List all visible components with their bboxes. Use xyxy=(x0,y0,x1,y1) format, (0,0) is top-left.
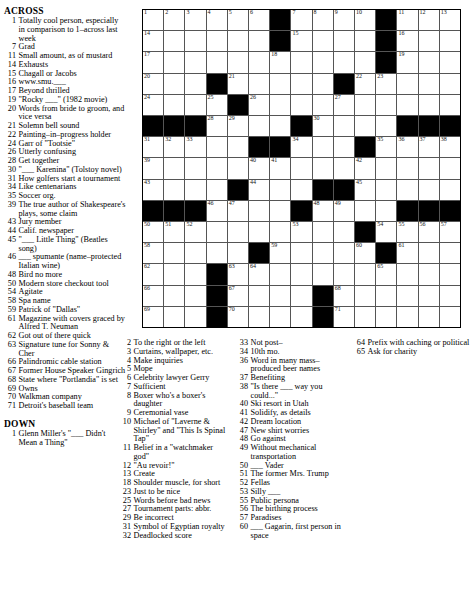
cell-number-35: 35 xyxy=(377,136,383,143)
cell-6-10[interactable] xyxy=(334,116,354,136)
cell-9-12[interactable] xyxy=(376,180,396,200)
cell-number-14: 14 xyxy=(144,30,150,37)
cell-4-15[interactable] xyxy=(440,74,460,94)
cell-14-10[interactable]: 68 xyxy=(334,286,354,306)
cell-11-9[interactable] xyxy=(313,222,333,242)
cell-number-33: 33 xyxy=(186,136,192,143)
cell-number-66: 66 xyxy=(144,285,150,292)
cell-10-4[interactable]: 46 xyxy=(207,201,227,221)
clue-number: 10 xyxy=(119,418,134,427)
cell-3-3[interactable] xyxy=(185,52,205,72)
cell-number-1: 1 xyxy=(144,9,147,16)
block-cell-1-12 xyxy=(376,10,396,30)
cell-13-13[interactable] xyxy=(397,264,417,284)
clue-column-4: 64Prefix with caching or political65Ask … xyxy=(353,339,471,357)
cell-number-45: 45 xyxy=(356,179,362,186)
cell-5-14[interactable] xyxy=(419,95,439,115)
cell-4-5[interactable]: 21 xyxy=(228,74,248,94)
cell-15-6[interactable] xyxy=(249,307,269,327)
down-clue-11: 11Belief in a "watchmaker god" xyxy=(119,444,227,462)
cell-number-22: 22 xyxy=(356,73,362,80)
cell-2-11[interactable] xyxy=(355,31,375,51)
cell-15-2[interactable] xyxy=(164,307,184,327)
cell-15-10[interactable]: 71 xyxy=(334,307,354,327)
clue-number: 71 xyxy=(4,402,19,411)
across-clue-1: 1Totally cool person, especially in comp… xyxy=(4,17,126,43)
cell-11-6[interactable] xyxy=(249,222,269,242)
cell-7-15[interactable]: 38 xyxy=(440,137,460,157)
cell-8-2[interactable] xyxy=(164,158,184,178)
clue-text: "___ Little Thing" (Beatles song) xyxy=(19,236,127,254)
cell-1-5[interactable]: 5 xyxy=(228,10,248,30)
clue-number: 1 xyxy=(4,17,19,26)
cell-14-13[interactable] xyxy=(397,286,417,306)
cell-8-4[interactable] xyxy=(207,158,227,178)
cell-number-12: 12 xyxy=(420,9,426,16)
across-clue-39: 39The true author of Shakespeare's plays… xyxy=(4,201,126,219)
cell-1-6[interactable]: 6 xyxy=(249,10,269,30)
crossword-puzzle-page: { "game": "crossword", "grid_size": "15x… xyxy=(0,0,474,594)
cell-10-11[interactable] xyxy=(355,201,375,221)
cell-number-25: 25 xyxy=(208,94,214,101)
across-clue-45: 45"___ Little Thing" (Beatles song) xyxy=(4,236,126,254)
cell-6-6[interactable] xyxy=(249,116,269,136)
cell-9-8[interactable] xyxy=(291,180,311,200)
cell-number-48: 48 xyxy=(314,200,320,207)
cell-2-8[interactable]: 15 xyxy=(291,31,311,51)
cell-12-4[interactable] xyxy=(207,243,227,263)
cell-8-1[interactable]: 39 xyxy=(143,158,163,178)
block-cell-5-5 xyxy=(228,95,248,115)
cell-8-9[interactable] xyxy=(313,158,333,178)
cell-number-24: 24 xyxy=(144,94,150,101)
cell-3-4[interactable] xyxy=(207,52,227,72)
cell-7-4[interactable] xyxy=(207,137,227,157)
cell-14-11[interactable] xyxy=(355,286,375,306)
clue-number: 49 xyxy=(236,444,251,453)
block-cell-15-9 xyxy=(313,307,333,327)
cell-15-12[interactable] xyxy=(376,307,396,327)
cell-8-11[interactable]: 42 xyxy=(355,158,375,178)
cell-4-9[interactable] xyxy=(313,74,333,94)
cell-11-5[interactable] xyxy=(228,222,248,242)
cell-9-7[interactable] xyxy=(270,180,290,200)
cell-3-7[interactable]: 18 xyxy=(270,52,290,72)
crossword-grid: 1234567891011121314151617181920212223242… xyxy=(142,9,461,328)
cell-number-32: 32 xyxy=(165,136,171,143)
cell-2-5[interactable] xyxy=(228,31,248,51)
cell-14-1[interactable]: 66 xyxy=(143,286,163,306)
cell-1-13[interactable]: 11 xyxy=(397,10,417,30)
cell-14-14[interactable] xyxy=(419,286,439,306)
cell-2-15[interactable] xyxy=(440,31,460,51)
cell-8-5[interactable] xyxy=(228,158,248,178)
cell-5-6[interactable]: 26 xyxy=(249,95,269,115)
cell-13-12[interactable]: 65 xyxy=(376,264,396,284)
down-clue-8: 8Boxer who's a boxer's daughter xyxy=(119,392,227,410)
cell-3-2[interactable] xyxy=(164,52,184,72)
clue-number: 46 xyxy=(4,253,19,262)
cell-13-11[interactable] xyxy=(355,264,375,284)
cell-7-13[interactable]: 36 xyxy=(397,137,417,157)
cell-4-2[interactable] xyxy=(164,74,184,94)
cell-7-8[interactable]: 34 xyxy=(291,137,311,157)
cell-11-8[interactable]: 53 xyxy=(291,222,311,242)
cell-13-8[interactable] xyxy=(291,264,311,284)
clue-number: 36 xyxy=(236,357,251,366)
cell-15-15[interactable] xyxy=(440,307,460,327)
cell-11-1[interactable]: 50 xyxy=(143,222,163,242)
cell-number-11: 11 xyxy=(398,9,404,16)
cell-3-15[interactable] xyxy=(440,52,460,72)
cell-11-10[interactable] xyxy=(334,222,354,242)
cell-8-15[interactable] xyxy=(440,158,460,178)
cell-7-3[interactable]: 33 xyxy=(185,137,205,157)
cell-2-9[interactable] xyxy=(313,31,333,51)
clue-number: 61 xyxy=(4,315,19,324)
cell-number-68: 68 xyxy=(335,285,341,292)
clue-number: 8 xyxy=(119,392,134,401)
cell-5-1[interactable]: 24 xyxy=(143,95,163,115)
clue-column-left: ACROSS1Totally cool person, especially i… xyxy=(4,6,126,447)
cell-4-7[interactable] xyxy=(270,74,290,94)
block-cell-6-8 xyxy=(291,116,311,136)
cell-10-10[interactable]: 49 xyxy=(334,201,354,221)
cell-12-3[interactable] xyxy=(185,243,205,263)
cell-1-2[interactable]: 2 xyxy=(164,10,184,30)
cell-number-28: 28 xyxy=(208,115,214,122)
cell-number-71: 71 xyxy=(335,306,341,313)
cell-5-12[interactable] xyxy=(376,95,396,115)
cell-11-3[interactable]: 52 xyxy=(185,222,205,242)
cell-12-9[interactable] xyxy=(313,243,333,263)
cell-1-3[interactable]: 3 xyxy=(185,10,205,30)
block-cell-4-10 xyxy=(334,74,354,94)
cell-11-12[interactable]: 54 xyxy=(376,222,396,242)
cell-5-7[interactable] xyxy=(270,95,290,115)
cell-7-5[interactable] xyxy=(228,137,248,157)
cell-7-12[interactable]: 35 xyxy=(376,137,396,157)
clue-number: 38 xyxy=(236,383,251,392)
cell-6-9[interactable]: 30 xyxy=(313,116,333,136)
cell-13-6[interactable]: 64 xyxy=(249,264,269,284)
cell-10-5[interactable]: 47 xyxy=(228,201,248,221)
cell-9-2[interactable] xyxy=(164,180,184,200)
cell-12-5[interactable] xyxy=(228,243,248,263)
cell-13-3[interactable] xyxy=(185,264,205,284)
cell-number-27: 27 xyxy=(335,94,341,101)
clue-text: Without mechanical transportation xyxy=(251,444,351,462)
block-cell-4-4 xyxy=(207,74,227,94)
cell-12-14[interactable] xyxy=(419,243,439,263)
cell-5-4[interactable]: 25 xyxy=(207,95,227,115)
cell-number-44: 44 xyxy=(250,179,256,186)
cell-10-7[interactable] xyxy=(270,201,290,221)
block-cell-12-12 xyxy=(376,243,396,263)
clue-text: ___ Gagarin, first person in space xyxy=(251,523,351,541)
clue-text: Detroit's baseball team xyxy=(19,402,127,411)
cell-9-13[interactable] xyxy=(397,180,417,200)
cell-number-29: 29 xyxy=(229,115,235,122)
clue-number: 20 xyxy=(4,105,19,114)
cell-number-56: 56 xyxy=(420,221,426,228)
cell-4-3[interactable] xyxy=(185,74,205,94)
cell-15-7[interactable] xyxy=(270,307,290,327)
cell-15-11[interactable] xyxy=(355,307,375,327)
cell-number-34: 34 xyxy=(292,136,298,143)
cell-number-10: 10 xyxy=(356,9,362,16)
cell-12-10[interactable] xyxy=(334,243,354,263)
cell-number-13: 13 xyxy=(441,9,447,16)
cell-number-8: 8 xyxy=(314,9,317,16)
cell-6-7[interactable] xyxy=(270,116,290,136)
down-clue-10: 10Michael of "Laverne & Shirley" and "Th… xyxy=(119,418,227,444)
block-cell-13-4 xyxy=(207,264,227,284)
cell-number-3: 3 xyxy=(186,9,189,16)
clue-text: Belief in a "watchmaker god" xyxy=(134,444,228,462)
cell-14-8[interactable] xyxy=(291,286,311,306)
block-cell-10-1 xyxy=(143,201,163,221)
block-cell-6-14 xyxy=(419,116,439,136)
cell-10-12[interactable] xyxy=(376,201,396,221)
cell-13-14[interactable] xyxy=(419,264,439,284)
cell-15-13[interactable] xyxy=(397,307,417,327)
cell-4-1[interactable]: 20 xyxy=(143,74,163,94)
cell-9-1[interactable]: 43 xyxy=(143,180,163,200)
cell-number-57: 57 xyxy=(441,221,447,228)
cell-number-50: 50 xyxy=(144,221,150,228)
cell-4-14[interactable] xyxy=(419,74,439,94)
cell-11-2[interactable]: 51 xyxy=(164,222,184,242)
cell-10-6[interactable] xyxy=(249,201,269,221)
cell-13-10[interactable] xyxy=(334,264,354,284)
cell-number-49: 49 xyxy=(335,200,341,207)
cell-2-4[interactable] xyxy=(207,31,227,51)
cell-number-64: 64 xyxy=(250,263,256,270)
cell-number-42: 42 xyxy=(356,157,362,164)
clue-number: 39 xyxy=(4,201,19,210)
cell-5-2[interactable] xyxy=(164,95,184,115)
cell-3-8[interactable] xyxy=(291,52,311,72)
cell-15-8[interactable] xyxy=(291,307,311,327)
cell-number-38: 38 xyxy=(441,136,447,143)
cell-15-14[interactable] xyxy=(419,307,439,327)
cell-2-3[interactable] xyxy=(185,31,205,51)
clue-number: 45 xyxy=(4,236,19,245)
cell-number-61: 61 xyxy=(398,242,404,249)
cell-3-6[interactable] xyxy=(249,52,269,72)
cell-13-1[interactable]: 62 xyxy=(143,264,163,284)
cell-4-13[interactable] xyxy=(397,74,417,94)
cell-6-4[interactable]: 28 xyxy=(207,116,227,136)
cell-4-6[interactable] xyxy=(249,74,269,94)
cell-11-4[interactable] xyxy=(207,222,227,242)
cell-4-11[interactable]: 22 xyxy=(355,74,375,94)
cell-9-4[interactable] xyxy=(207,180,227,200)
cell-1-15[interactable]: 13 xyxy=(440,10,460,30)
cell-2-1[interactable]: 14 xyxy=(143,31,163,51)
cell-3-10[interactable] xyxy=(334,52,354,72)
cell-8-12[interactable] xyxy=(376,158,396,178)
cell-number-63: 63 xyxy=(229,263,235,270)
cell-13-9[interactable] xyxy=(313,264,333,284)
cell-12-13[interactable]: 61 xyxy=(397,243,417,263)
cell-1-8[interactable]: 7 xyxy=(291,10,311,30)
cell-1-11[interactable]: 10 xyxy=(355,10,375,30)
cell-7-1[interactable]: 31 xyxy=(143,137,163,157)
cell-1-4[interactable]: 4 xyxy=(207,10,227,30)
clue-text: Magazine with covers graced by Alfred T.… xyxy=(19,315,127,333)
cell-14-15[interactable] xyxy=(440,286,460,306)
cell-number-60: 60 xyxy=(356,242,362,249)
cell-12-2[interactable] xyxy=(164,243,184,263)
cell-number-23: 23 xyxy=(377,73,383,80)
block-cell-7-7 xyxy=(270,137,290,157)
cell-number-70: 70 xyxy=(229,306,235,313)
cell-7-2[interactable]: 32 xyxy=(164,137,184,157)
cell-2-6[interactable] xyxy=(249,31,269,51)
clue-text: The true author of Shakespeare's plays, … xyxy=(19,201,127,219)
cell-14-3[interactable] xyxy=(185,286,205,306)
cell-number-15: 15 xyxy=(292,30,298,37)
clue-text: Totally cool person, especially in compa… xyxy=(19,17,127,43)
down-clue-1: 1Glenn Miller's "___ Didn't Mean a Thing… xyxy=(4,430,126,448)
cell-6-11[interactable] xyxy=(355,116,375,136)
cell-8-8[interactable] xyxy=(291,158,311,178)
cell-14-12[interactable] xyxy=(376,286,396,306)
block-cell-11-11 xyxy=(355,222,375,242)
cell-3-5[interactable] xyxy=(228,52,248,72)
cell-15-5[interactable]: 70 xyxy=(228,307,248,327)
cell-2-10[interactable] xyxy=(334,31,354,51)
clue-text: Michael of "Laverne & Shirley" and "This… xyxy=(134,418,228,444)
cell-2-14[interactable] xyxy=(419,31,439,51)
cell-9-14[interactable] xyxy=(419,180,439,200)
block-cell-6-13 xyxy=(397,116,417,136)
cell-6-12[interactable] xyxy=(376,116,396,136)
cell-8-13[interactable] xyxy=(397,158,417,178)
cell-6-5[interactable]: 29 xyxy=(228,116,248,136)
cell-5-13[interactable] xyxy=(397,95,417,115)
cell-number-47: 47 xyxy=(229,200,235,207)
block-cell-1-7 xyxy=(270,10,290,30)
cell-11-15[interactable]: 57 xyxy=(440,222,460,242)
cell-7-10[interactable] xyxy=(334,137,354,157)
cell-9-6[interactable]: 44 xyxy=(249,180,269,200)
cell-1-1[interactable]: 1 xyxy=(143,10,163,30)
across-clue-61: 61Magazine with covers graced by Alfred … xyxy=(4,315,126,333)
block-cell-2-12 xyxy=(376,31,396,51)
down-clue-49: 49Without mechanical transportation xyxy=(236,444,350,462)
cell-8-10[interactable] xyxy=(334,158,354,178)
cell-3-9[interactable] xyxy=(313,52,333,72)
cell-8-6[interactable]: 40 xyxy=(249,158,269,178)
cell-8-3[interactable] xyxy=(185,158,205,178)
cell-3-14[interactable] xyxy=(419,52,439,72)
cell-number-4: 4 xyxy=(208,9,211,16)
clue-text: Ask for charity xyxy=(368,348,472,357)
cell-number-55: 55 xyxy=(398,221,404,228)
cell-5-9[interactable] xyxy=(313,95,333,115)
cell-12-11[interactable]: 60 xyxy=(355,243,375,263)
cell-1-14[interactable]: 12 xyxy=(419,10,439,30)
cell-13-7[interactable] xyxy=(270,264,290,284)
clue-number: 63 xyxy=(4,341,19,350)
cell-4-12[interactable]: 23 xyxy=(376,74,396,94)
cell-2-2[interactable] xyxy=(164,31,184,51)
cell-number-51: 51 xyxy=(165,221,171,228)
cell-number-7: 7 xyxy=(292,9,295,16)
cell-11-13[interactable]: 55 xyxy=(397,222,417,242)
clue-text: Word in many mass–produced beer names xyxy=(251,357,351,375)
block-cell-7-6 xyxy=(249,137,269,157)
cell-14-2[interactable] xyxy=(164,286,184,306)
cell-5-10[interactable]: 27 xyxy=(334,95,354,115)
cell-12-1[interactable]: 58 xyxy=(143,243,163,263)
cell-number-16: 16 xyxy=(398,30,404,37)
cell-9-3[interactable] xyxy=(185,180,205,200)
cell-14-5[interactable]: 67 xyxy=(228,286,248,306)
cell-10-9[interactable]: 48 xyxy=(313,201,333,221)
cell-7-9[interactable] xyxy=(313,137,333,157)
clue-text: Glenn Miller's "___ Didn't Mean a Thing" xyxy=(19,430,127,448)
cell-5-3[interactable] xyxy=(185,95,205,115)
cell-13-2[interactable] xyxy=(164,264,184,284)
cell-number-9: 9 xyxy=(335,9,338,16)
cell-3-11[interactable] xyxy=(355,52,375,72)
cell-8-14[interactable] xyxy=(419,158,439,178)
cell-12-8[interactable] xyxy=(291,243,311,263)
cell-3-13[interactable]: 19 xyxy=(397,52,417,72)
cell-15-1[interactable]: 69 xyxy=(143,307,163,327)
cell-12-7[interactable]: 59 xyxy=(270,243,290,263)
cell-5-15[interactable] xyxy=(440,95,460,115)
cell-3-1[interactable]: 17 xyxy=(143,52,163,72)
clue-text: Signature tune for Sonny & Cher xyxy=(19,341,127,359)
cell-14-7[interactable] xyxy=(270,286,290,306)
cell-13-15[interactable] xyxy=(440,264,460,284)
cell-5-11[interactable] xyxy=(355,95,375,115)
block-cell-7-11 xyxy=(355,137,375,157)
cell-14-6[interactable] xyxy=(249,286,269,306)
cell-7-14[interactable]: 37 xyxy=(419,137,439,157)
cell-13-5[interactable]: 63 xyxy=(228,264,248,284)
across-clue-71: 71Detroit's baseball team xyxy=(4,402,126,411)
cell-number-2: 2 xyxy=(165,9,168,16)
cell-2-13[interactable]: 16 xyxy=(397,31,417,51)
clue-text: Boxer who's a boxer's daughter xyxy=(134,392,228,410)
block-cell-9-5 xyxy=(228,180,248,200)
cell-15-3[interactable] xyxy=(185,307,205,327)
cell-12-15[interactable] xyxy=(440,243,460,263)
cell-1-9[interactable]: 8 xyxy=(313,10,333,30)
cell-5-8[interactable] xyxy=(291,95,311,115)
block-cell-10-14 xyxy=(419,201,439,221)
cell-9-11[interactable]: 45 xyxy=(355,180,375,200)
cell-9-15[interactable] xyxy=(440,180,460,200)
block-cell-10-2 xyxy=(164,201,184,221)
clue-text: "Is there ___ way you could..." xyxy=(251,383,351,401)
cell-8-7[interactable]: 41 xyxy=(270,158,290,178)
cell-number-20: 20 xyxy=(144,73,150,80)
cell-1-10[interactable]: 9 xyxy=(334,10,354,30)
cell-4-8[interactable] xyxy=(291,74,311,94)
cell-11-7[interactable] xyxy=(270,222,290,242)
across-clue-20: 20Words from bride to groom, and vice ve… xyxy=(4,105,126,123)
cell-11-14[interactable]: 56 xyxy=(419,222,439,242)
block-cell-9-10 xyxy=(334,180,354,200)
cell-number-19: 19 xyxy=(398,51,404,58)
